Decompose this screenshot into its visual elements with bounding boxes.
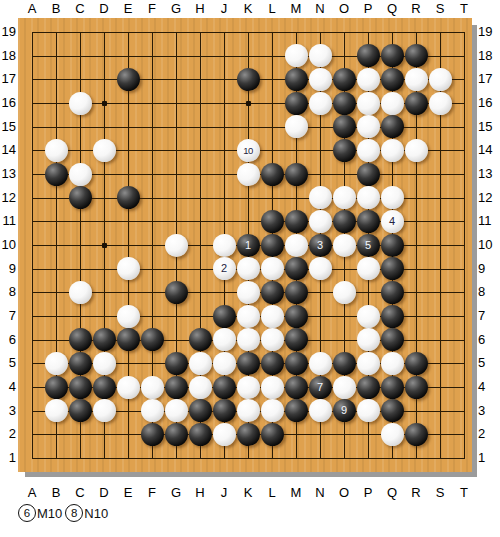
stone-Q6[interactable]	[381, 328, 404, 351]
coord-label-3: 3	[0, 403, 16, 419]
stone-L13[interactable]	[261, 163, 284, 186]
stone-Q14[interactable]	[381, 139, 404, 162]
coord-label-P: P	[358, 485, 378, 501]
stone-E7[interactable]	[117, 305, 140, 328]
stone-N17[interactable]	[309, 68, 332, 91]
coord-label-G: G	[166, 1, 186, 17]
stone-Q10[interactable]	[381, 234, 404, 257]
stone-P18[interactable]	[357, 44, 380, 67]
stone-P3[interactable]	[357, 399, 380, 422]
stone-O11[interactable]	[333, 210, 356, 233]
stone-P15[interactable]	[357, 115, 380, 138]
move-number-2: 2	[221, 263, 227, 274]
stone-M11[interactable]	[285, 210, 308, 233]
stone-O10[interactable]	[333, 234, 356, 257]
stone-H6[interactable]	[189, 328, 212, 351]
stone-L8[interactable]	[261, 281, 284, 304]
stone-E6[interactable]	[117, 328, 140, 351]
stone-Q7[interactable]	[381, 305, 404, 328]
stone-J5[interactable]	[213, 352, 236, 375]
stone-C12[interactable]	[69, 186, 92, 209]
stone-K10[interactable]: 1	[237, 234, 260, 257]
stone-J9[interactable]: 2	[213, 257, 236, 280]
stone-F4[interactable]	[141, 376, 164, 399]
stone-L10[interactable]	[261, 234, 284, 257]
stone-D6[interactable]	[93, 328, 116, 351]
coord-label-8: 8	[0, 284, 16, 300]
stone-M13[interactable]	[285, 163, 308, 186]
grid-line-horizontal	[32, 458, 465, 459]
stone-B13[interactable]	[45, 163, 68, 186]
coord-label-H: H	[190, 485, 210, 501]
stone-P13[interactable]	[357, 163, 380, 186]
stone-K4[interactable]	[237, 376, 260, 399]
stone-P4[interactable]	[357, 376, 380, 399]
stone-Q18[interactable]	[381, 44, 404, 67]
stone-K13[interactable]	[237, 163, 260, 186]
move-number-1: 1	[245, 240, 251, 251]
stone-O4[interactable]	[333, 376, 356, 399]
white-move-badge-8: 8	[65, 504, 83, 522]
stone-K14[interactable]: 10	[237, 139, 260, 162]
stone-Q3[interactable]	[381, 399, 404, 422]
stone-C4[interactable]	[69, 376, 92, 399]
coord-label-D: D	[94, 485, 114, 501]
move-number-10: 10	[243, 146, 253, 156]
stone-P5[interactable]	[357, 352, 380, 375]
grid-line-vertical	[464, 32, 465, 459]
coord-label-19: 19	[0, 24, 16, 40]
stone-Q5[interactable]	[381, 352, 404, 375]
stone-N18[interactable]	[309, 44, 332, 67]
stone-O5[interactable]	[333, 352, 356, 375]
move-number-9: 9	[341, 405, 347, 416]
stone-R4[interactable]	[405, 376, 428, 399]
coord-label-C: C	[70, 1, 90, 17]
stone-Q8[interactable]	[381, 281, 404, 304]
stone-E4[interactable]	[117, 376, 140, 399]
coord-label-13: 13	[478, 166, 498, 182]
caption-point-N10: N10	[84, 506, 108, 521]
coord-label-T: T	[454, 1, 474, 17]
stone-L4[interactable]	[261, 376, 284, 399]
stone-B5[interactable]	[45, 352, 68, 375]
stone-F2[interactable]	[141, 423, 164, 446]
stone-N10[interactable]: 3	[309, 234, 332, 257]
coord-label-H: H	[190, 1, 210, 17]
coord-label-S: S	[430, 485, 450, 501]
stone-E12[interactable]	[117, 186, 140, 209]
coord-label-R: R	[406, 1, 426, 17]
coord-label-1: 1	[0, 450, 16, 466]
stone-M7[interactable]	[285, 305, 308, 328]
coord-label-6: 6	[0, 332, 16, 348]
coord-label-12: 12	[478, 190, 498, 206]
stone-H4[interactable]	[189, 376, 212, 399]
coord-label-Q: Q	[382, 485, 402, 501]
stone-M18[interactable]	[285, 44, 308, 67]
stone-O17[interactable]	[333, 68, 356, 91]
stone-K7[interactable]	[237, 305, 260, 328]
stone-L7[interactable]	[261, 305, 284, 328]
stone-S16[interactable]	[429, 92, 452, 115]
stone-M15[interactable]	[285, 115, 308, 138]
coord-label-S: S	[430, 1, 450, 17]
coord-label-10: 10	[478, 237, 498, 253]
coord-label-13: 13	[0, 166, 16, 182]
coord-label-2: 2	[478, 426, 498, 442]
stone-C8[interactable]	[69, 281, 92, 304]
stone-G4[interactable]	[165, 376, 188, 399]
stone-Q17[interactable]	[381, 68, 404, 91]
coord-label-9: 9	[0, 261, 16, 277]
stone-O15[interactable]	[333, 115, 356, 138]
coord-label-C: C	[70, 485, 90, 501]
coord-label-A: A	[22, 1, 42, 17]
stone-R18[interactable]	[405, 44, 428, 67]
stone-N4[interactable]: 7	[309, 376, 332, 399]
stone-L5[interactable]	[261, 352, 284, 375]
stone-N16[interactable]	[309, 92, 332, 115]
stone-N11[interactable]	[309, 210, 332, 233]
stone-L11[interactable]	[261, 210, 284, 233]
coord-label-16: 16	[0, 95, 16, 111]
coord-label-M: M	[286, 485, 306, 501]
coord-label-5: 5	[478, 355, 498, 371]
stone-D5[interactable]	[93, 352, 116, 375]
coord-label-3: 3	[478, 403, 498, 419]
coord-label-6: 6	[478, 332, 498, 348]
coord-label-K: K	[238, 1, 258, 17]
stone-P10[interactable]: 5	[357, 234, 380, 257]
stone-P16[interactable]	[357, 92, 380, 115]
stone-P11[interactable]	[357, 210, 380, 233]
stone-L6[interactable]	[261, 328, 284, 351]
hoshi-point	[246, 101, 251, 106]
go-diagram-page: 104135279 6M108N10 AABBCCDDEEFFGGHHJJKKL…	[0, 0, 500, 537]
stone-B3[interactable]	[45, 399, 68, 422]
coord-label-T: T	[454, 485, 474, 501]
stone-Q2[interactable]	[381, 423, 404, 446]
coord-label-N: N	[310, 1, 330, 17]
coord-label-O: O	[334, 1, 354, 17]
caption-point-M10: M10	[37, 506, 62, 521]
stone-P9[interactable]	[357, 257, 380, 280]
stone-O12[interactable]	[333, 186, 356, 209]
stone-P17[interactable]	[357, 68, 380, 91]
stone-G2[interactable]	[165, 423, 188, 446]
stone-F6[interactable]	[141, 328, 164, 351]
stone-M3[interactable]	[285, 399, 308, 422]
stone-M16[interactable]	[285, 92, 308, 115]
stone-E17[interactable]	[117, 68, 140, 91]
stone-M17[interactable]	[285, 68, 308, 91]
coord-label-18: 18	[478, 48, 498, 64]
stone-R17[interactable]	[405, 68, 428, 91]
stone-C16[interactable]	[69, 92, 92, 115]
stone-D14[interactable]	[93, 139, 116, 162]
coord-label-P: P	[358, 1, 378, 17]
coord-label-F: F	[142, 485, 162, 501]
hoshi-point	[102, 243, 107, 248]
move-number-4: 4	[389, 216, 395, 227]
coord-label-F: F	[142, 1, 162, 17]
coord-label-11: 11	[478, 213, 498, 229]
move-number-5: 5	[365, 240, 371, 251]
move-number-7: 7	[317, 382, 323, 393]
coord-label-15: 15	[478, 119, 498, 135]
stone-O16[interactable]	[333, 92, 356, 115]
stone-F3[interactable]	[141, 399, 164, 422]
coord-label-18: 18	[0, 48, 16, 64]
coord-label-12: 12	[0, 190, 16, 206]
coord-label-7: 7	[0, 308, 16, 324]
stone-Q15[interactable]	[381, 115, 404, 138]
stone-D3[interactable]	[93, 399, 116, 422]
stone-C5[interactable]	[69, 352, 92, 375]
move-number-3: 3	[317, 240, 323, 251]
stone-Q16[interactable]	[381, 92, 404, 115]
stone-N5[interactable]	[309, 352, 332, 375]
coord-label-Q: Q	[382, 1, 402, 17]
coord-label-O: O	[334, 485, 354, 501]
stone-Q12[interactable]	[381, 186, 404, 209]
stone-K9[interactable]	[237, 257, 260, 280]
stone-H2[interactable]	[189, 423, 212, 446]
stone-D4[interactable]	[93, 376, 116, 399]
stone-H5[interactable]	[189, 352, 212, 375]
goban[interactable]: 104135279	[18, 18, 472, 472]
stone-C3[interactable]	[69, 399, 92, 422]
stone-L9[interactable]	[261, 257, 284, 280]
stone-C6[interactable]	[69, 328, 92, 351]
stone-R5[interactable]	[405, 352, 428, 375]
stone-L3[interactable]	[261, 399, 284, 422]
stone-N9[interactable]	[309, 257, 332, 280]
stone-K2[interactable]	[237, 423, 260, 446]
stone-K5[interactable]	[237, 352, 260, 375]
stone-R2[interactable]	[405, 423, 428, 446]
stone-J3[interactable]	[213, 399, 236, 422]
coord-label-K: K	[238, 485, 258, 501]
stone-J10[interactable]	[213, 234, 236, 257]
coord-label-4: 4	[478, 379, 498, 395]
stone-P7[interactable]	[357, 305, 380, 328]
coord-label-2: 2	[0, 426, 16, 442]
stone-M8[interactable]	[285, 281, 308, 304]
stone-K6[interactable]	[237, 328, 260, 351]
coord-label-L: L	[262, 485, 282, 501]
coord-label-14: 14	[478, 142, 498, 158]
stone-O8[interactable]	[333, 281, 356, 304]
stone-K3[interactable]	[237, 399, 260, 422]
coord-label-19: 19	[478, 24, 498, 40]
stone-J7[interactable]	[213, 305, 236, 328]
coord-label-J: J	[214, 485, 234, 501]
coord-label-G: G	[166, 485, 186, 501]
stone-G10[interactable]	[165, 234, 188, 257]
coord-label-J: J	[214, 1, 234, 17]
stone-Q4[interactable]	[381, 376, 404, 399]
coord-label-1: 1	[478, 450, 498, 466]
coord-label-17: 17	[478, 71, 498, 87]
stone-K8[interactable]	[237, 281, 260, 304]
coord-label-17: 17	[0, 71, 16, 87]
stone-J6[interactable]	[213, 328, 236, 351]
stone-S17[interactable]	[429, 68, 452, 91]
stone-N12[interactable]	[309, 186, 332, 209]
stone-M5[interactable]	[285, 352, 308, 375]
stone-G5[interactable]	[165, 352, 188, 375]
stone-B14[interactable]	[45, 139, 68, 162]
stone-P12[interactable]	[357, 186, 380, 209]
coord-label-11: 11	[0, 213, 16, 229]
stone-M6[interactable]	[285, 328, 308, 351]
stone-J4[interactable]	[213, 376, 236, 399]
coord-label-10: 10	[0, 237, 16, 253]
move-caption: 6M108N10	[18, 503, 111, 523]
coord-label-7: 7	[478, 308, 498, 324]
stone-R16[interactable]	[405, 92, 428, 115]
stone-M10[interactable]	[285, 234, 308, 257]
coord-label-B: B	[46, 1, 66, 17]
stone-M4[interactable]	[285, 376, 308, 399]
hoshi-point	[102, 101, 107, 106]
stone-G3[interactable]	[165, 399, 188, 422]
coord-label-E: E	[118, 485, 138, 501]
coord-label-R: R	[406, 485, 426, 501]
stone-P14[interactable]	[357, 139, 380, 162]
coord-label-14: 14	[0, 142, 16, 158]
stone-Q11[interactable]: 4	[381, 210, 404, 233]
coord-label-N: N	[310, 485, 330, 501]
coord-label-E: E	[118, 1, 138, 17]
coord-label-8: 8	[478, 284, 498, 300]
coord-label-9: 9	[478, 261, 498, 277]
coord-label-D: D	[94, 1, 114, 17]
stone-J2[interactable]	[213, 423, 236, 446]
stone-C13[interactable]	[69, 163, 92, 186]
coord-label-5: 5	[0, 355, 16, 371]
stone-P6[interactable]	[357, 328, 380, 351]
coord-label-16: 16	[478, 95, 498, 111]
stone-O3[interactable]: 9	[333, 399, 356, 422]
coord-label-A: A	[22, 485, 42, 501]
stone-N3[interactable]	[309, 399, 332, 422]
white-move-badge-6: 6	[18, 504, 36, 522]
stone-H3[interactable]	[189, 399, 212, 422]
stone-O14[interactable]	[333, 139, 356, 162]
coord-label-4: 4	[0, 379, 16, 395]
stone-B4[interactable]	[45, 376, 68, 399]
stone-G8[interactable]	[165, 281, 188, 304]
stone-Q9[interactable]	[381, 257, 404, 280]
stone-M9[interactable]	[285, 257, 308, 280]
coord-label-B: B	[46, 485, 66, 501]
stone-L2[interactable]	[261, 423, 284, 446]
coord-label-15: 15	[0, 119, 16, 135]
stone-R14[interactable]	[405, 139, 428, 162]
coord-label-L: L	[262, 1, 282, 17]
stone-E9[interactable]	[117, 257, 140, 280]
coord-label-M: M	[286, 1, 306, 17]
stone-K17[interactable]	[237, 68, 260, 91]
